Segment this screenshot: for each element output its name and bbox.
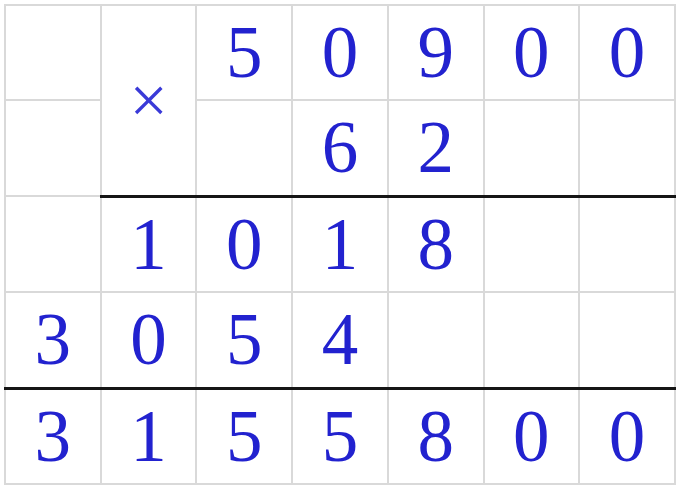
cell-r1c2: [196, 100, 292, 196]
multiply-sign: ×: [101, 5, 197, 196]
cell-r3c3: 4: [292, 292, 388, 388]
cell-r2c3: 1: [292, 196, 388, 292]
cell-r0c3: 0: [292, 5, 388, 100]
cell-r0c0: [5, 5, 101, 100]
cell-r4c1: 1: [101, 388, 197, 484]
cell-r0c2: 5: [196, 5, 292, 100]
cell-r2c5: [484, 196, 580, 292]
cell-r2c0: [5, 196, 101, 292]
cell-r4c6: 0: [579, 388, 675, 484]
cell-r1c4: 2: [388, 100, 484, 196]
cell-r4c5: 0: [484, 388, 580, 484]
cell-r3c6: [579, 292, 675, 388]
cell-r1c6: [579, 100, 675, 196]
row-partial-product-2: 3 0 5 4: [5, 292, 675, 388]
cell-r1c5: [484, 100, 580, 196]
cell-r3c2: 5: [196, 292, 292, 388]
cell-r4c3: 5: [292, 388, 388, 484]
multiplication-grid: × 5 0 9 0 0 6 2 1 0 1 8: [4, 4, 676, 485]
row-multiplicand: × 5 0 9 0 0: [5, 5, 675, 100]
cell-r0c6: 0: [579, 5, 675, 100]
cell-r3c5: [484, 292, 580, 388]
cell-r4c4: 8: [388, 388, 484, 484]
multiplication-worksheet: × 5 0 9 0 0 6 2 1 0 1 8: [0, 0, 680, 489]
cell-r4c0: 3: [5, 388, 101, 484]
cell-r3c1: 0: [101, 292, 197, 388]
cell-r0c4: 9: [388, 5, 484, 100]
cell-r2c2: 0: [196, 196, 292, 292]
cell-r3c4: [388, 292, 484, 388]
cell-r2c1: 1: [101, 196, 197, 292]
cell-r3c0: 3: [5, 292, 101, 388]
row-partial-product-1: 1 0 1 8: [5, 196, 675, 292]
cell-r4c2: 5: [196, 388, 292, 484]
cell-r1c0: [5, 100, 101, 196]
cell-r1c3: 6: [292, 100, 388, 196]
cell-r2c6: [579, 196, 675, 292]
row-product: 3 1 5 5 8 0 0: [5, 388, 675, 484]
cell-r2c4: 8: [388, 196, 484, 292]
cell-r0c5: 0: [484, 5, 580, 100]
